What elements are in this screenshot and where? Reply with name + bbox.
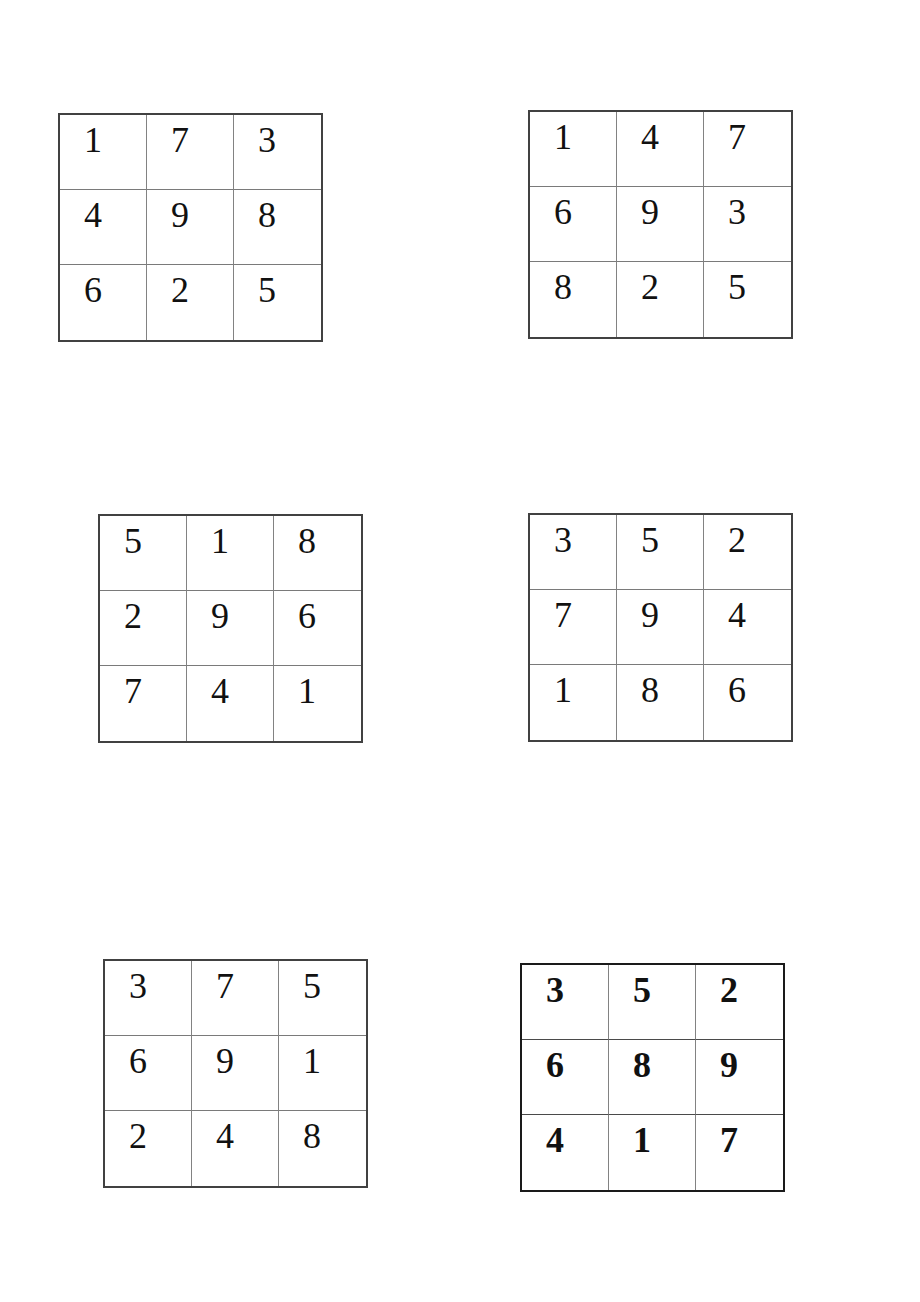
grid-cell: 5	[617, 515, 704, 590]
grid-cell: 3	[704, 187, 791, 262]
grid-cell: 2	[105, 1111, 192, 1186]
grid-cell: 5	[234, 265, 321, 340]
grid-cell: 9	[617, 187, 704, 262]
grid-cell: 2	[617, 262, 704, 337]
grid-cell: 2	[100, 591, 187, 666]
number-grid-4: 352794186	[528, 513, 793, 742]
grid-cell: 7	[704, 112, 791, 187]
number-grid-1: 173498625	[58, 113, 323, 342]
grid-cell: 1	[187, 516, 274, 591]
grid-cell: 1	[274, 666, 361, 741]
grid-cell: 8	[617, 665, 704, 740]
grid-cell: 3	[105, 961, 192, 1036]
grid-cell: 8	[530, 262, 617, 337]
grid-cell: 6	[105, 1036, 192, 1111]
grid-cell: 1	[530, 665, 617, 740]
grid-cell: 1	[530, 112, 617, 187]
grid-cell: 7	[530, 590, 617, 665]
grid-cell: 2	[147, 265, 234, 340]
grid-cell: 4	[60, 190, 147, 265]
number-grid-3: 518296741	[98, 514, 363, 743]
grid-cell: 5	[609, 965, 696, 1040]
grid-cell: 6	[274, 591, 361, 666]
worksheet-page: 173498625 147693825 518296741 352794186 …	[0, 0, 920, 1302]
grid-cell: 8	[609, 1040, 696, 1115]
grid-cell: 3	[234, 115, 321, 190]
grid-cell: 9	[696, 1040, 783, 1115]
grid-cell: 6	[522, 1040, 609, 1115]
grid-cell: 1	[279, 1036, 366, 1111]
grid-cell: 6	[704, 665, 791, 740]
grid-cell: 4	[617, 112, 704, 187]
grid-cell: 7	[192, 961, 279, 1036]
grid-cell: 7	[147, 115, 234, 190]
grid-cell: 5	[704, 262, 791, 337]
grid-cell: 6	[530, 187, 617, 262]
grid-cell: 2	[704, 515, 791, 590]
grid-cell: 5	[100, 516, 187, 591]
grid-cell: 4	[187, 666, 274, 741]
grid-cell: 1	[609, 1115, 696, 1190]
grid-cell: 3	[530, 515, 617, 590]
grid-cell: 7	[100, 666, 187, 741]
grid-cell: 9	[187, 591, 274, 666]
grid-cell: 4	[704, 590, 791, 665]
grid-cell: 2	[696, 965, 783, 1040]
grid-cell: 9	[147, 190, 234, 265]
grid-cell: 6	[60, 265, 147, 340]
grid-cell: 5	[279, 961, 366, 1036]
grid-cell: 4	[192, 1111, 279, 1186]
number-grid-2: 147693825	[528, 110, 793, 339]
grid-cell: 4	[522, 1115, 609, 1190]
grid-cell: 7	[696, 1115, 783, 1190]
grid-cell: 3	[522, 965, 609, 1040]
grid-cell: 9	[617, 590, 704, 665]
number-grid-6: 352689417	[520, 963, 785, 1192]
grid-cell: 9	[192, 1036, 279, 1111]
number-grid-5: 375691248	[103, 959, 368, 1188]
grid-cell: 8	[279, 1111, 366, 1186]
grid-cell: 8	[274, 516, 361, 591]
grid-cell: 1	[60, 115, 147, 190]
grid-cell: 8	[234, 190, 321, 265]
